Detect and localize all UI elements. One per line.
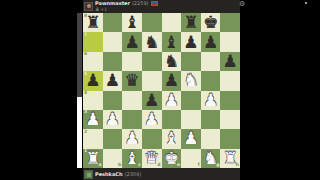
square-a6[interactable]: 6 xyxy=(83,52,103,71)
black-pawn[interactable]: ♟ xyxy=(164,72,179,89)
square-a3[interactable]: 3♟ xyxy=(83,110,103,129)
square-e1[interactable]: e♚ xyxy=(162,149,182,168)
square-d4[interactable]: ♟ xyxy=(142,91,162,110)
square-h8[interactable] xyxy=(220,13,240,32)
square-a1[interactable]: 1a♜ xyxy=(83,149,103,168)
black-rook[interactable]: ♜ xyxy=(183,14,198,31)
square-g2[interactable] xyxy=(201,129,221,148)
black-knight[interactable]: ♞ xyxy=(144,33,159,50)
square-b6[interactable] xyxy=(103,52,123,71)
white-bishop[interactable]: ♝ xyxy=(164,130,179,147)
square-a4[interactable]: 4 xyxy=(83,91,103,110)
white-pawn[interactable]: ♟ xyxy=(203,91,218,108)
flag-icon xyxy=(151,1,158,7)
eval-bar-black xyxy=(77,13,82,97)
black-king[interactable]: ♚ xyxy=(203,14,218,31)
video-frame: Pawnmaster (2259) ♙ +1 ⚙ 8♜♝♜♚7♟♞♝♟♟6♞♟5… xyxy=(0,0,320,180)
square-f8[interactable]: ♜ xyxy=(181,13,201,32)
square-c7[interactable]: ♟ xyxy=(122,32,142,51)
square-f4[interactable] xyxy=(181,91,201,110)
square-c1[interactable]: c♝ xyxy=(122,149,142,168)
white-king[interactable]: ♚ xyxy=(164,149,179,166)
bottom-player-name[interactable]: PeshkaCh xyxy=(95,172,123,177)
square-e5[interactable]: ♟ xyxy=(162,71,182,90)
white-pawn[interactable]: ♟ xyxy=(183,130,198,147)
square-c4[interactable] xyxy=(122,91,142,110)
square-g5[interactable] xyxy=(201,71,221,90)
square-e6[interactable]: ♞ xyxy=(162,52,182,71)
square-d7[interactable]: ♞ xyxy=(142,32,162,51)
white-knight[interactable]: ♞ xyxy=(183,72,198,89)
square-c3[interactable] xyxy=(122,110,142,129)
square-g1[interactable]: g♞ xyxy=(201,149,221,168)
gear-icon[interactable]: ⚙ xyxy=(239,1,245,8)
eval-bar xyxy=(77,13,82,168)
square-a2[interactable]: 2 xyxy=(83,129,103,148)
square-g4[interactable]: ♟ xyxy=(201,91,221,110)
black-knight[interactable]: ♞ xyxy=(164,52,179,69)
square-a7[interactable]: 7 xyxy=(83,32,103,51)
square-e3[interactable] xyxy=(162,110,182,129)
square-b1[interactable]: b xyxy=(103,149,123,168)
square-f5[interactable]: ♞ xyxy=(181,71,201,90)
square-g7[interactable]: ♟ xyxy=(201,32,221,51)
black-bishop[interactable]: ♝ xyxy=(164,33,179,50)
white-rook[interactable]: ♜ xyxy=(85,149,100,166)
square-c2[interactable]: ♟ xyxy=(122,129,142,148)
square-a8[interactable]: 8♜ xyxy=(83,13,103,32)
square-h5[interactable] xyxy=(220,71,240,90)
square-g3[interactable] xyxy=(201,110,221,129)
square-b8[interactable] xyxy=(103,13,123,32)
black-pawn[interactable]: ♟ xyxy=(85,72,100,89)
black-queen[interactable]: ♛ xyxy=(124,72,139,89)
eval-bar-white xyxy=(77,97,82,168)
black-pawn[interactable]: ♟ xyxy=(144,91,159,108)
black-pawn[interactable]: ♟ xyxy=(183,33,198,50)
square-d5[interactable] xyxy=(142,71,162,90)
square-f7[interactable]: ♟ xyxy=(181,32,201,51)
white-pawn[interactable]: ♟ xyxy=(164,91,179,108)
square-h2[interactable] xyxy=(220,129,240,148)
bottom-player-bar: PeshkaCh (2304) xyxy=(83,168,240,180)
white-rook[interactable]: ♜ xyxy=(223,149,238,166)
square-b4[interactable] xyxy=(103,91,123,110)
bottom-player-rating: (2304) xyxy=(125,172,142,177)
square-d2[interactable] xyxy=(142,129,162,148)
top-player-name[interactable]: Pawnmaster xyxy=(95,1,130,6)
square-e2[interactable]: ♝ xyxy=(162,129,182,148)
square-a5[interactable]: 5♟ xyxy=(83,71,103,90)
black-pawn[interactable]: ♟ xyxy=(203,33,218,50)
square-d8[interactable] xyxy=(142,13,162,32)
black-bishop[interactable]: ♝ xyxy=(124,14,139,31)
material-advantage: +1 xyxy=(100,8,107,13)
rank-label-2: 2 xyxy=(84,130,87,135)
square-f2[interactable]: ♟ xyxy=(181,129,201,148)
top-player-rating: (2259) xyxy=(132,1,149,6)
file-label-f: f xyxy=(198,163,200,168)
white-pawn[interactable]: ♟ xyxy=(85,111,100,128)
corner-dot-icon xyxy=(305,2,307,4)
square-d1[interactable]: d♛ xyxy=(142,149,162,168)
square-h1[interactable]: h♜ xyxy=(220,149,240,168)
square-g6[interactable] xyxy=(201,52,221,71)
rank-label-7: 7 xyxy=(84,33,87,38)
bottom-player-avatar[interactable] xyxy=(84,170,93,179)
square-b2[interactable] xyxy=(103,129,123,148)
square-e4[interactable]: ♟ xyxy=(162,91,182,110)
square-b5[interactable]: ♟ xyxy=(103,71,123,90)
square-f6[interactable] xyxy=(181,52,201,71)
black-pawn[interactable]: ♟ xyxy=(124,33,139,50)
black-rook[interactable]: ♜ xyxy=(85,14,100,31)
bottom-player-info: PeshkaCh (2304) xyxy=(95,172,141,177)
square-c6[interactable] xyxy=(122,52,142,71)
square-b3[interactable]: ♟ xyxy=(103,110,123,129)
square-g8[interactable]: ♚ xyxy=(201,13,221,32)
white-pawn[interactable]: ♟ xyxy=(144,111,159,128)
square-h4[interactable] xyxy=(220,91,240,110)
black-pawn[interactable]: ♟ xyxy=(223,52,238,69)
white-bishop[interactable]: ♝ xyxy=(124,149,139,166)
square-h3[interactable] xyxy=(220,110,240,129)
square-e8[interactable] xyxy=(162,13,182,32)
square-b7[interactable] xyxy=(103,32,123,51)
square-d6[interactable] xyxy=(142,52,162,71)
square-d3[interactable]: ♟ xyxy=(142,110,162,129)
chess-board[interactable]: 8♜♝♜♚7♟♞♝♟♟6♞♟5♟♟♛♟♞4♟♟♟3♟♟♟2♟♝♟1a♜bc♝d♛… xyxy=(83,13,240,168)
file-label-b: b xyxy=(118,163,121,168)
square-e7[interactable]: ♝ xyxy=(162,32,182,51)
white-knight[interactable]: ♞ xyxy=(203,149,218,166)
square-h6[interactable]: ♟ xyxy=(220,52,240,71)
square-c8[interactable]: ♝ xyxy=(122,13,142,32)
square-h7[interactable] xyxy=(220,32,240,51)
black-pawn[interactable]: ♟ xyxy=(105,72,120,89)
square-f1[interactable]: f xyxy=(181,149,201,168)
square-c5[interactable]: ♛ xyxy=(122,71,142,90)
top-player-info: Pawnmaster (2259) ♙ +1 xyxy=(95,1,158,13)
rank-label-4: 4 xyxy=(84,91,87,96)
white-pawn[interactable]: ♟ xyxy=(105,111,120,128)
white-queen[interactable]: ♛ xyxy=(144,149,159,166)
white-pawn[interactable]: ♟ xyxy=(124,130,139,147)
top-player-avatar[interactable] xyxy=(84,2,93,11)
square-f3[interactable] xyxy=(181,110,201,129)
rank-label-6: 6 xyxy=(84,52,87,57)
